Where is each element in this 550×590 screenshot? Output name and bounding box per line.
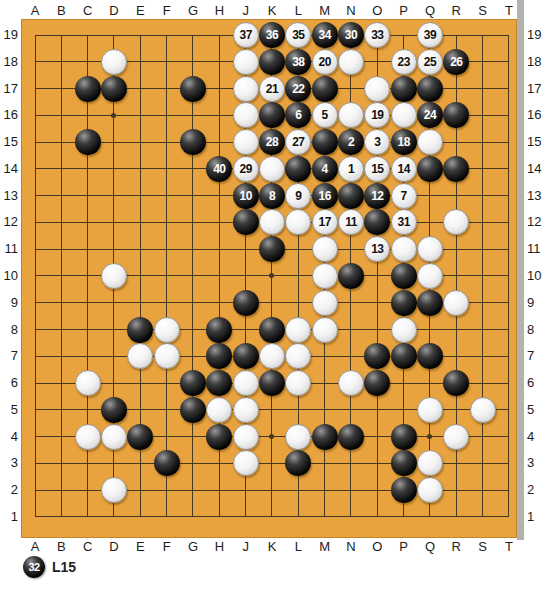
stone-M16: 5 — [312, 102, 338, 128]
column-label-bottom: A — [24, 539, 46, 554]
column-label-bottom: J — [235, 539, 257, 554]
stone-K6 — [259, 370, 285, 396]
stone-L18: 38 — [285, 49, 311, 75]
row-label-right: 3 — [527, 455, 549, 470]
stone-H14: 40 — [206, 156, 232, 182]
stone-R12 — [443, 209, 469, 235]
row-label-right: 6 — [527, 375, 549, 390]
stone-P17 — [391, 76, 417, 102]
row-label-left: 10 — [1, 268, 18, 283]
stone-M8 — [312, 317, 338, 343]
grid-line — [508, 35, 509, 518]
row-label-left: 7 — [1, 348, 18, 363]
stone-G5 — [180, 397, 206, 423]
stone-E4 — [127, 424, 153, 450]
stone-J4 — [233, 424, 259, 450]
stone-M13: 16 — [312, 183, 338, 209]
stone-Q16: 24 — [417, 102, 443, 128]
stone-Q14 — [417, 156, 443, 182]
column-label-bottom: K — [261, 539, 283, 554]
stone-Q9 — [417, 290, 443, 316]
stone-D5 — [101, 397, 127, 423]
stone-H6 — [206, 370, 232, 396]
star-point — [269, 273, 274, 278]
stone-G17 — [180, 76, 206, 102]
stone-J12 — [233, 209, 259, 235]
stone-Q11 — [417, 236, 443, 262]
row-label-left: 17 — [1, 81, 18, 96]
row-label-left: 11 — [1, 241, 18, 256]
stone-G6 — [180, 370, 206, 396]
stone-J14: 29 — [233, 156, 259, 182]
row-label-left: 15 — [1, 134, 18, 149]
stone-P14: 14 — [391, 156, 417, 182]
stone-L6 — [285, 370, 311, 396]
column-label-bottom: F — [156, 539, 178, 554]
stone-R16 — [443, 102, 469, 128]
stone-R4 — [443, 424, 469, 450]
stone-Q2 — [417, 477, 443, 503]
stone-O19: 33 — [364, 22, 390, 48]
stone-J17 — [233, 76, 259, 102]
stone-M18: 20 — [312, 49, 338, 75]
stone-D10 — [101, 263, 127, 289]
stone-Q7 — [417, 343, 443, 369]
stone-J13: 10 — [233, 183, 259, 209]
stone-F3 — [154, 450, 180, 476]
stone-O17 — [364, 76, 390, 102]
column-label-bottom: S — [472, 539, 494, 554]
row-label-left: 5 — [1, 402, 18, 417]
row-label-left: 4 — [1, 429, 18, 444]
stone-K14 — [259, 156, 285, 182]
stone-N12: 11 — [338, 209, 364, 235]
column-label-top: D — [103, 3, 125, 18]
column-label-bottom: P — [393, 539, 415, 554]
stone-L16: 6 — [285, 102, 311, 128]
stone-Q10 — [417, 263, 443, 289]
stone-S5 — [470, 397, 496, 423]
stone-E7 — [127, 343, 153, 369]
row-label-right: 19 — [527, 27, 549, 42]
column-label-top: N — [340, 3, 362, 18]
stone-O16: 19 — [364, 102, 390, 128]
column-label-bottom: O — [366, 539, 388, 554]
stone-E8 — [127, 317, 153, 343]
stone-N18 — [338, 49, 364, 75]
stone-M9 — [312, 290, 338, 316]
stone-J16 — [233, 102, 259, 128]
star-point — [427, 434, 432, 439]
stone-K12 — [259, 209, 285, 235]
stone-C4 — [75, 424, 101, 450]
column-label-top: G — [182, 3, 204, 18]
stone-M15 — [312, 129, 338, 155]
stone-O12 — [364, 209, 390, 235]
row-label-left: 2 — [1, 482, 18, 497]
stone-R14 — [443, 156, 469, 182]
last-move-stone: 32 — [23, 556, 45, 578]
row-label-left: 16 — [1, 107, 18, 122]
stone-J6 — [233, 370, 259, 396]
column-label-top: P — [393, 3, 415, 18]
stone-P16 — [391, 102, 417, 128]
stone-J5 — [233, 397, 259, 423]
column-label-top: H — [208, 3, 230, 18]
stone-C6 — [75, 370, 101, 396]
stone-L8 — [285, 317, 311, 343]
window-edge-strip — [517, 0, 524, 540]
row-label-left: 14 — [1, 161, 18, 176]
stone-L7 — [285, 343, 311, 369]
stone-Q19: 39 — [417, 22, 443, 48]
stone-D4 — [101, 424, 127, 450]
column-label-bottom: D — [103, 539, 125, 554]
stone-R18: 26 — [443, 49, 469, 75]
go-diagram-page: 3736353430333938202325262122651924282723… — [0, 0, 550, 590]
stone-Q3 — [417, 450, 443, 476]
stone-L13: 9 — [285, 183, 311, 209]
stone-N6 — [338, 370, 364, 396]
column-label-bottom: H — [208, 539, 230, 554]
stone-K13: 8 — [259, 183, 285, 209]
column-label-top: F — [156, 3, 178, 18]
row-label-left: 13 — [1, 188, 18, 203]
stone-R6 — [443, 370, 469, 396]
stone-M17 — [312, 76, 338, 102]
row-label-right: 18 — [527, 54, 549, 69]
column-label-bottom: G — [182, 539, 204, 554]
stone-L3 — [285, 450, 311, 476]
row-label-left: 9 — [1, 295, 18, 310]
row-label-right: 8 — [527, 322, 549, 337]
row-label-right: 13 — [527, 188, 549, 203]
column-label-top: Q — [419, 3, 441, 18]
stone-P3 — [391, 450, 417, 476]
stone-K8 — [259, 317, 285, 343]
stone-L4 — [285, 424, 311, 450]
row-label-right: 17 — [527, 81, 549, 96]
column-label-top: M — [314, 3, 336, 18]
stone-O15: 3 — [364, 129, 390, 155]
column-label-top: O — [366, 3, 388, 18]
column-label-bottom: Q — [419, 539, 441, 554]
stone-J3 — [233, 450, 259, 476]
stone-G15 — [180, 129, 206, 155]
stone-M4 — [312, 424, 338, 450]
column-label-top: T — [498, 3, 520, 18]
stone-L14 — [285, 156, 311, 182]
stone-F8 — [154, 317, 180, 343]
stone-N14: 1 — [338, 156, 364, 182]
column-label-top: K — [261, 3, 283, 18]
row-label-right: 2 — [527, 482, 549, 497]
stone-N4 — [338, 424, 364, 450]
stone-J19: 37 — [233, 22, 259, 48]
column-label-bottom: R — [445, 539, 467, 554]
row-label-right: 12 — [527, 214, 549, 229]
row-label-left: 3 — [1, 455, 18, 470]
stone-D18 — [101, 49, 127, 75]
stone-J9 — [233, 290, 259, 316]
stone-P18: 23 — [391, 49, 417, 75]
grid-line — [35, 516, 510, 517]
stone-D2 — [101, 477, 127, 503]
stone-M10 — [312, 263, 338, 289]
row-label-right: 10 — [527, 268, 549, 283]
last-move-coordinate: L15 — [52, 559, 76, 575]
stone-H8 — [206, 317, 232, 343]
column-label-bottom: C — [77, 539, 99, 554]
column-label-bottom: T — [498, 539, 520, 554]
stone-N13 — [338, 183, 364, 209]
stone-P12: 31 — [391, 209, 417, 235]
row-label-left: 8 — [1, 322, 18, 337]
stone-K15: 28 — [259, 129, 285, 155]
stone-F7 — [154, 343, 180, 369]
stone-P15: 18 — [391, 129, 417, 155]
column-label-top: R — [445, 3, 467, 18]
row-label-right: 14 — [527, 161, 549, 176]
stone-K19: 36 — [259, 22, 285, 48]
go-board[interactable]: 3736353430333938202325262122651924282723… — [21, 19, 517, 538]
stone-L19: 35 — [285, 22, 311, 48]
row-label-right: 7 — [527, 348, 549, 363]
stone-M12: 17 — [312, 209, 338, 235]
stone-N19: 30 — [338, 22, 364, 48]
stone-K17: 21 — [259, 76, 285, 102]
column-label-top: E — [129, 3, 151, 18]
stone-M19: 34 — [312, 22, 338, 48]
row-label-right: 9 — [527, 295, 549, 310]
column-label-top: A — [24, 3, 46, 18]
star-point — [111, 113, 116, 118]
stone-H5 — [206, 397, 232, 423]
row-label-right: 15 — [527, 134, 549, 149]
stone-P2 — [391, 477, 417, 503]
stone-O13: 12 — [364, 183, 390, 209]
stone-N16 — [338, 102, 364, 128]
stone-M11 — [312, 236, 338, 262]
stone-K18 — [259, 49, 285, 75]
stone-P8 — [391, 317, 417, 343]
stone-O6 — [364, 370, 390, 396]
stone-P11 — [391, 236, 417, 262]
stone-O7 — [364, 343, 390, 369]
row-label-right: 5 — [527, 402, 549, 417]
stone-O14: 15 — [364, 156, 390, 182]
stone-J7 — [233, 343, 259, 369]
stone-L17: 22 — [285, 76, 311, 102]
stone-L12 — [285, 209, 311, 235]
column-label-bottom: M — [314, 539, 336, 554]
stone-P4 — [391, 424, 417, 450]
stone-Q18: 25 — [417, 49, 443, 75]
stone-L15: 27 — [285, 129, 311, 155]
column-label-bottom: E — [129, 539, 151, 554]
column-label-bottom: B — [50, 539, 72, 554]
stone-P7 — [391, 343, 417, 369]
stone-H4 — [206, 424, 232, 450]
stone-Q17 — [417, 76, 443, 102]
stone-O11: 13 — [364, 236, 390, 262]
column-label-top: B — [50, 3, 72, 18]
stone-D17 — [101, 76, 127, 102]
grid-line — [482, 35, 483, 518]
column-label-top: J — [235, 3, 257, 18]
stone-N15: 2 — [338, 129, 364, 155]
row-label-left: 6 — [1, 375, 18, 390]
star-point — [269, 434, 274, 439]
stone-J15 — [233, 129, 259, 155]
row-label-right: 16 — [527, 107, 549, 122]
column-label-top: S — [472, 3, 494, 18]
row-label-left: 18 — [1, 54, 18, 69]
stone-R9 — [443, 290, 469, 316]
row-label-left: 1 — [1, 509, 18, 524]
stone-K7 — [259, 343, 285, 369]
stone-N10 — [338, 263, 364, 289]
row-label-right: 4 — [527, 429, 549, 444]
row-label-right: 1 — [527, 509, 549, 524]
column-label-bottom: N — [340, 539, 362, 554]
stone-M14: 4 — [312, 156, 338, 182]
row-label-left: 12 — [1, 214, 18, 229]
stone-P13: 7 — [391, 183, 417, 209]
column-label-bottom: L — [287, 539, 309, 554]
stone-K16 — [259, 102, 285, 128]
stone-C15 — [75, 129, 101, 155]
stone-C17 — [75, 76, 101, 102]
stone-K11 — [259, 236, 285, 262]
stone-Q5 — [417, 397, 443, 423]
stone-P10 — [391, 263, 417, 289]
stone-Q15 — [417, 129, 443, 155]
stone-H7 — [206, 343, 232, 369]
last-move-note: 32 L15 — [23, 555, 76, 579]
column-label-top: L — [287, 3, 309, 18]
column-label-top: C — [77, 3, 99, 18]
row-label-right: 11 — [527, 241, 549, 256]
stone-J18 — [233, 49, 259, 75]
row-label-left: 19 — [1, 27, 18, 42]
stone-P9 — [391, 290, 417, 316]
